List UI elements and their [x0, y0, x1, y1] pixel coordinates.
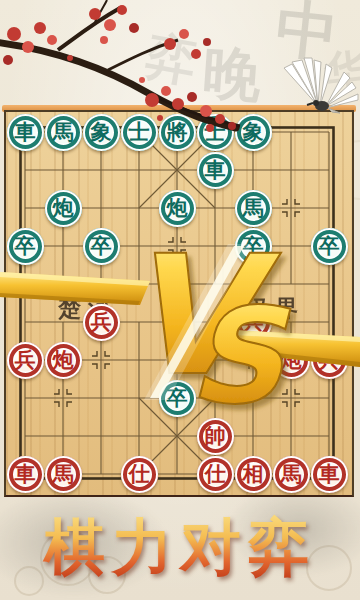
piece-black-chariot[interactable]: 車 [7, 114, 44, 151]
piece-red-soldier[interactable]: 兵 [235, 304, 272, 341]
piece-black-soldier[interactable]: 卒 [7, 228, 44, 265]
piece-red-elephant[interactable]: 相 [235, 456, 272, 493]
xiangqi-app: 中华晚蝉弈棋 [0, 0, 360, 600]
piece-black-chariot[interactable]: 車 [197, 152, 234, 189]
piece-black-advisor[interactable]: 士 [121, 114, 158, 151]
piece-black-cannon[interactable]: 炮 [45, 190, 82, 227]
piece-red-soldier[interactable]: 兵 [311, 342, 348, 379]
piece-black-general[interactable]: 將 [159, 114, 196, 151]
piece-black-soldier[interactable]: 卒 [159, 380, 196, 417]
piece-black-advisor[interactable]: 士 [197, 114, 234, 151]
piece-red-horse[interactable]: 馬 [273, 456, 310, 493]
piece-red-soldier[interactable]: 兵 [7, 342, 44, 379]
calligraphy-char: 弈 [142, 30, 200, 88]
piece-black-elephant[interactable]: 象 [235, 114, 272, 151]
piece-red-advisor[interactable]: 仕 [121, 456, 158, 493]
piece-black-cannon[interactable]: 炮 [159, 190, 196, 227]
piece-black-horse[interactable]: 馬 [45, 114, 82, 151]
piece-red-chariot[interactable]: 車 [311, 456, 348, 493]
calligraphy-char: 中 [273, 0, 341, 65]
calligraphy-char: 晚 [201, 44, 263, 106]
xiangqi-board[interactable]: 楚河汉界 車馬象士將士象車炮炮馬卒卒卒卒卒兵兵兵炮炮兵帥車馬仕仕相馬車 [4, 110, 354, 497]
piece-black-soldier[interactable]: 卒 [311, 228, 348, 265]
piece-red-chariot[interactable]: 車 [7, 456, 44, 493]
piece-black-soldier[interactable]: 卒 [83, 228, 120, 265]
piece-black-soldier[interactable]: 卒 [235, 228, 272, 265]
piece-black-elephant[interactable]: 象 [83, 114, 120, 151]
piece-red-cannon[interactable]: 炮 [45, 342, 82, 379]
title-banner: 棋力对弈 [0, 508, 360, 587]
piece-red-advisor[interactable]: 仕 [197, 456, 234, 493]
calligraphy-char: 华 [323, 48, 360, 96]
pieces-layer: 車馬象士將士象車炮炮馬卒卒卒卒卒兵兵兵炮炮兵帥車馬仕仕相馬車 [6, 112, 352, 495]
piece-red-soldier[interactable]: 兵 [83, 304, 120, 341]
piece-red-horse[interactable]: 馬 [45, 456, 82, 493]
piece-red-general[interactable]: 帥 [197, 418, 234, 455]
piece-black-horse[interactable]: 馬 [235, 190, 272, 227]
piece-red-cannon[interactable]: 炮 [273, 342, 310, 379]
